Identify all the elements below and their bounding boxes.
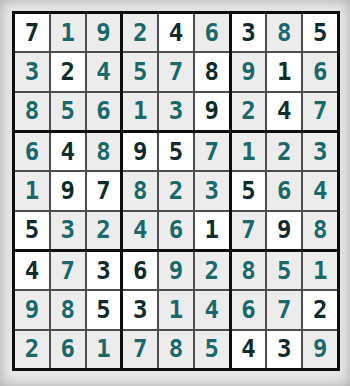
box-9: 851672439 <box>232 252 337 368</box>
cell-r2c9-solved[interactable]: 6 <box>303 53 337 90</box>
cell-r3c2-solved[interactable]: 5 <box>51 93 85 130</box>
cell-r1c1-given[interactable]: 7 <box>15 14 49 51</box>
box-2: 246578139 <box>123 14 228 130</box>
sudoku-frame: 7193248562465781393859162476481975329578… <box>0 0 350 386</box>
cell-r5c7-given[interactable]: 5 <box>232 172 266 209</box>
cell-r7c8-solved[interactable]: 5 <box>267 252 301 289</box>
cell-r6c3-solved[interactable]: 2 <box>87 212 121 249</box>
box-6: 123564798 <box>232 133 337 249</box>
cell-r5c3-given[interactable]: 7 <box>87 172 121 209</box>
cell-r8c1-solved[interactable]: 9 <box>15 291 49 328</box>
cell-r5c8-solved[interactable]: 6 <box>267 172 301 209</box>
cell-r1c6-solved[interactable]: 6 <box>195 14 229 51</box>
box-1: 719324856 <box>15 14 120 130</box>
cell-r3c7-solved[interactable]: 2 <box>232 93 266 130</box>
box-7: 473985261 <box>15 252 120 368</box>
cell-r3c3-solved[interactable]: 6 <box>87 93 121 130</box>
cell-r7c7-solved[interactable]: 8 <box>232 252 266 289</box>
cell-r2c4-solved[interactable]: 5 <box>123 53 157 90</box>
cell-r5c2-given[interactable]: 9 <box>51 172 85 209</box>
cell-r1c4-solved[interactable]: 2 <box>123 14 157 51</box>
cell-r7c2-solved[interactable]: 7 <box>51 252 85 289</box>
cell-r9c2-solved[interactable]: 6 <box>51 331 85 368</box>
cell-r4c6-solved[interactable]: 7 <box>195 133 229 170</box>
box-3: 385916247 <box>232 14 337 130</box>
cell-r3c9-solved[interactable]: 7 <box>303 93 337 130</box>
cell-r6c2-solved[interactable]: 3 <box>51 212 85 249</box>
cell-r4c3-solved[interactable]: 8 <box>87 133 121 170</box>
cell-r8c9-given[interactable]: 2 <box>303 291 337 328</box>
cell-r2c2-given[interactable]: 2 <box>51 53 85 90</box>
cell-r1c9-given[interactable]: 5 <box>303 14 337 51</box>
cell-r2c5-solved[interactable]: 7 <box>159 53 193 90</box>
cell-r6c5-solved[interactable]: 6 <box>159 212 193 249</box>
cell-r7c9-solved[interactable]: 1 <box>303 252 337 289</box>
cell-r8c4-given[interactable]: 3 <box>123 291 157 328</box>
cell-r5c4-solved[interactable]: 8 <box>123 172 157 209</box>
cell-r4c9-solved[interactable]: 3 <box>303 133 337 170</box>
cell-r3c5-solved[interactable]: 3 <box>159 93 193 130</box>
cell-r9c6-solved[interactable]: 5 <box>195 331 229 368</box>
cell-r4c5-given[interactable]: 5 <box>159 133 193 170</box>
cell-r1c3-solved[interactable]: 9 <box>87 14 121 51</box>
cell-r1c8-solved[interactable]: 8 <box>267 14 301 51</box>
box-5: 957823461 <box>123 133 228 249</box>
cell-r2c6-given[interactable]: 8 <box>195 53 229 90</box>
cell-r4c7-solved[interactable]: 1 <box>232 133 266 170</box>
cell-r9c4-solved[interactable]: 7 <box>123 331 157 368</box>
sudoku-board: 7193248562465781393859162476481975329578… <box>12 11 340 371</box>
cell-r3c1-solved[interactable]: 8 <box>15 93 49 130</box>
cell-r6c8-given[interactable]: 9 <box>267 212 301 249</box>
cell-r5c1-solved[interactable]: 1 <box>15 172 49 209</box>
cell-r4c4-given[interactable]: 9 <box>123 133 157 170</box>
cell-r9c3-solved[interactable]: 1 <box>87 331 121 368</box>
cell-r2c8-given[interactable]: 1 <box>267 53 301 90</box>
cell-r7c1-given[interactable]: 4 <box>15 252 49 289</box>
cell-r6c1-given[interactable]: 5 <box>15 212 49 249</box>
box-4: 648197532 <box>15 133 120 249</box>
cell-r3c4-solved[interactable]: 1 <box>123 93 157 130</box>
cell-r9c1-solved[interactable]: 2 <box>15 331 49 368</box>
cell-r1c5-given[interactable]: 4 <box>159 14 193 51</box>
cell-r9c7-given[interactable]: 4 <box>232 331 266 368</box>
cell-r7c6-solved[interactable]: 2 <box>195 252 229 289</box>
cell-r6c4-solved[interactable]: 4 <box>123 212 157 249</box>
cell-r4c1-solved[interactable]: 6 <box>15 133 49 170</box>
cell-r6c6-given[interactable]: 1 <box>195 212 229 249</box>
cell-r3c8-given[interactable]: 4 <box>267 93 301 130</box>
cell-r4c2-given[interactable]: 4 <box>51 133 85 170</box>
cell-r5c9-solved[interactable]: 4 <box>303 172 337 209</box>
cell-r2c7-solved[interactable]: 9 <box>232 53 266 90</box>
cell-r2c3-solved[interactable]: 4 <box>87 53 121 90</box>
cell-r8c2-solved[interactable]: 8 <box>51 291 85 328</box>
cell-r5c6-solved[interactable]: 3 <box>195 172 229 209</box>
cell-r1c7-given[interactable]: 3 <box>232 14 266 51</box>
cell-r8c6-solved[interactable]: 4 <box>195 291 229 328</box>
cell-r8c7-solved[interactable]: 6 <box>232 291 266 328</box>
cell-r8c8-solved[interactable]: 7 <box>267 291 301 328</box>
cell-r1c2-solved[interactable]: 1 <box>51 14 85 51</box>
cell-r7c3-given[interactable]: 3 <box>87 252 121 289</box>
cell-r5c5-solved[interactable]: 2 <box>159 172 193 209</box>
cell-r7c5-solved[interactable]: 9 <box>159 252 193 289</box>
cell-r6c7-solved[interactable]: 7 <box>232 212 266 249</box>
cell-r4c8-solved[interactable]: 2 <box>267 133 301 170</box>
cell-r9c9-solved[interactable]: 9 <box>303 331 337 368</box>
cell-r3c6-given[interactable]: 9 <box>195 93 229 130</box>
cell-r7c4-given[interactable]: 6 <box>123 252 157 289</box>
cell-r9c8-given[interactable]: 3 <box>267 331 301 368</box>
cell-r8c3-given[interactable]: 5 <box>87 291 121 328</box>
cell-r9c5-solved[interactable]: 8 <box>159 331 193 368</box>
cell-r8c5-solved[interactable]: 1 <box>159 291 193 328</box>
box-8: 692314785 <box>123 252 228 368</box>
cell-r6c9-solved[interactable]: 8 <box>303 212 337 249</box>
cell-r2c1-solved[interactable]: 3 <box>15 53 49 90</box>
